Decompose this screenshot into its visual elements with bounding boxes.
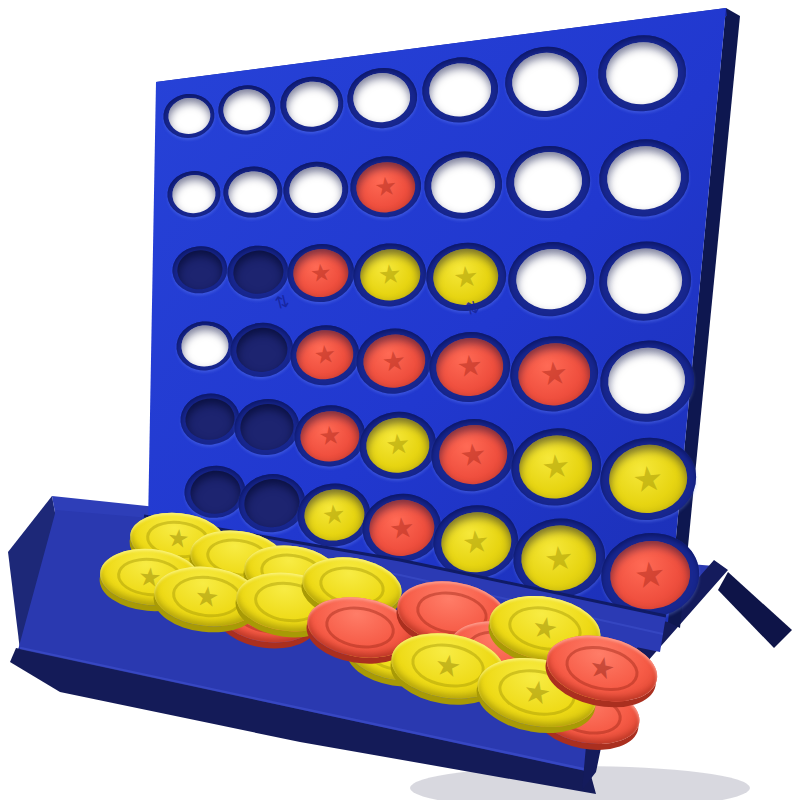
disc-rim-ring: ★	[562, 640, 642, 697]
disc-rim-ring	[322, 603, 397, 654]
tray-loose-discs: ★★★★★★★★	[0, 0, 800, 800]
disc-star-emboss-icon: ★	[521, 675, 554, 711]
disc-star-emboss-icon: ★	[193, 582, 220, 612]
disc-star-emboss-icon: ★	[586, 651, 618, 685]
disc-rim-ring: ★	[408, 639, 488, 693]
disc-star-emboss-icon: ★	[166, 526, 191, 553]
disc-star-emboss-icon: ★	[530, 611, 561, 644]
disc-rim-ring: ★	[170, 573, 243, 620]
connect-four-photo-scene: ★★★★★★★★★★★★★★★★★★⇅⇅ ★★★★★★★★	[0, 0, 800, 800]
disc-star-emboss-icon: ★	[433, 649, 464, 682]
